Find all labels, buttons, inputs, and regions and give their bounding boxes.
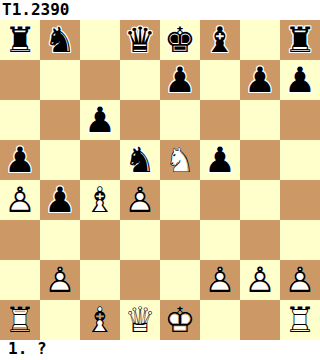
square-b7[interactable] <box>40 60 80 100</box>
square-h1[interactable]: ♜♖ <box>280 300 320 340</box>
black-p-piece-icon: ♟ <box>0 140 40 180</box>
white-b-piece-fill: ♝ <box>80 180 120 220</box>
square-h3[interactable] <box>280 220 320 260</box>
square-c3[interactable] <box>80 220 120 260</box>
white-p-piece-icon: ♙ <box>0 180 40 220</box>
white-n-piece-fill: ♞ <box>160 140 200 180</box>
square-d5[interactable]: ♞ <box>120 140 160 180</box>
square-d3[interactable] <box>120 220 160 260</box>
white-p-piece-fill: ♟ <box>240 260 280 300</box>
square-c7[interactable] <box>80 60 120 100</box>
square-g1[interactable] <box>240 300 280 340</box>
square-g8[interactable] <box>240 20 280 60</box>
square-f2[interactable]: ♟♙ <box>200 260 240 300</box>
white-r-piece-icon: ♖ <box>0 300 40 340</box>
white-r-piece-icon: ♖ <box>280 300 320 340</box>
square-b2[interactable]: ♟♙ <box>40 260 80 300</box>
square-d7[interactable] <box>120 60 160 100</box>
square-c2[interactable] <box>80 260 120 300</box>
square-h5[interactable] <box>280 140 320 180</box>
white-p-piece-icon: ♙ <box>120 180 160 220</box>
puzzle-title: T1.2390 <box>0 0 320 20</box>
square-f3[interactable] <box>200 220 240 260</box>
square-f1[interactable] <box>200 300 240 340</box>
square-e7[interactable]: ♟ <box>160 60 200 100</box>
white-n-piece-icon: ♘ <box>160 140 200 180</box>
square-h7[interactable]: ♟ <box>280 60 320 100</box>
white-r-piece-fill: ♜ <box>280 300 320 340</box>
black-p-piece-icon: ♟ <box>40 180 80 220</box>
black-p-piece-icon: ♟ <box>240 60 280 100</box>
black-p-piece-icon: ♟ <box>160 60 200 100</box>
square-a6[interactable] <box>0 100 40 140</box>
square-g7[interactable]: ♟ <box>240 60 280 100</box>
square-h8[interactable]: ♜ <box>280 20 320 60</box>
white-p-piece-icon: ♙ <box>240 260 280 300</box>
square-g4[interactable] <box>240 180 280 220</box>
white-p-piece-fill: ♟ <box>40 260 80 300</box>
square-d1[interactable]: ♛♕ <box>120 300 160 340</box>
square-c6[interactable]: ♟ <box>80 100 120 140</box>
square-g3[interactable] <box>240 220 280 260</box>
white-b-piece-icon: ♗ <box>80 300 120 340</box>
square-g5[interactable] <box>240 140 280 180</box>
white-p-piece-icon: ♙ <box>40 260 80 300</box>
square-f5[interactable]: ♟ <box>200 140 240 180</box>
black-r-piece-icon: ♜ <box>0 20 40 60</box>
square-g2[interactable]: ♟♙ <box>240 260 280 300</box>
white-p-piece-fill: ♟ <box>200 260 240 300</box>
square-a5[interactable]: ♟ <box>0 140 40 180</box>
black-r-piece-icon: ♜ <box>280 20 320 60</box>
black-b-piece-icon: ♝ <box>200 20 240 60</box>
square-a8[interactable]: ♜ <box>0 20 40 60</box>
square-d2[interactable] <box>120 260 160 300</box>
square-e6[interactable] <box>160 100 200 140</box>
square-d4[interactable]: ♟♙ <box>120 180 160 220</box>
black-n-piece-icon: ♞ <box>40 20 80 60</box>
square-a2[interactable] <box>0 260 40 300</box>
square-e8[interactable]: ♚ <box>160 20 200 60</box>
white-k-piece-fill: ♚ <box>160 300 200 340</box>
square-b5[interactable] <box>40 140 80 180</box>
white-r-piece-fill: ♜ <box>0 300 40 340</box>
white-q-piece-icon: ♕ <box>120 300 160 340</box>
white-p-piece-fill: ♟ <box>0 180 40 220</box>
white-p-piece-icon: ♙ <box>200 260 240 300</box>
chess-board: ♜♞♛♚♝♜♟♟♟♟♟♞♞♘♟♟♙♟♝♗♟♙♟♙♟♙♟♙♟♙♜♖♝♗♛♕♚♔♜♖ <box>0 20 320 340</box>
square-f6[interactable] <box>200 100 240 140</box>
square-e3[interactable] <box>160 220 200 260</box>
square-c5[interactable] <box>80 140 120 180</box>
black-n-piece-icon: ♞ <box>120 140 160 180</box>
black-k-piece-icon: ♚ <box>160 20 200 60</box>
chess-puzzle-page: T1.2390 ♜♞♛♚♝♜♟♟♟♟♟♞♞♘♟♟♙♟♝♗♟♙♟♙♟♙♟♙♟♙♜♖… <box>0 0 320 360</box>
white-p-piece-fill: ♟ <box>120 180 160 220</box>
move-prompt: 1. ? <box>0 340 320 360</box>
square-e2[interactable] <box>160 260 200 300</box>
black-p-piece-icon: ♟ <box>200 140 240 180</box>
white-p-piece-fill: ♟ <box>280 260 320 300</box>
square-c1[interactable]: ♝♗ <box>80 300 120 340</box>
square-g6[interactable] <box>240 100 280 140</box>
white-b-piece-icon: ♗ <box>80 180 120 220</box>
square-c4[interactable]: ♝♗ <box>80 180 120 220</box>
square-b1[interactable] <box>40 300 80 340</box>
white-q-piece-fill: ♛ <box>120 300 160 340</box>
square-f8[interactable]: ♝ <box>200 20 240 60</box>
white-p-piece-icon: ♙ <box>280 260 320 300</box>
square-b3[interactable] <box>40 220 80 260</box>
square-d8[interactable]: ♛ <box>120 20 160 60</box>
black-q-piece-icon: ♛ <box>120 20 160 60</box>
square-e4[interactable] <box>160 180 200 220</box>
square-e5[interactable]: ♞♘ <box>160 140 200 180</box>
square-f4[interactable] <box>200 180 240 220</box>
black-p-piece-icon: ♟ <box>280 60 320 100</box>
square-c8[interactable] <box>80 20 120 60</box>
square-b8[interactable]: ♞ <box>40 20 80 60</box>
square-h6[interactable] <box>280 100 320 140</box>
square-a3[interactable] <box>0 220 40 260</box>
square-a4[interactable]: ♟♙ <box>0 180 40 220</box>
square-b6[interactable] <box>40 100 80 140</box>
square-e1[interactable]: ♚♔ <box>160 300 200 340</box>
square-a7[interactable] <box>0 60 40 100</box>
black-p-piece-icon: ♟ <box>80 100 120 140</box>
square-h2[interactable]: ♟♙ <box>280 260 320 300</box>
square-h4[interactable] <box>280 180 320 220</box>
white-k-piece-icon: ♔ <box>160 300 200 340</box>
square-a1[interactable]: ♜♖ <box>0 300 40 340</box>
white-b-piece-fill: ♝ <box>80 300 120 340</box>
square-d6[interactable] <box>120 100 160 140</box>
square-f7[interactable] <box>200 60 240 100</box>
square-b4[interactable]: ♟ <box>40 180 80 220</box>
